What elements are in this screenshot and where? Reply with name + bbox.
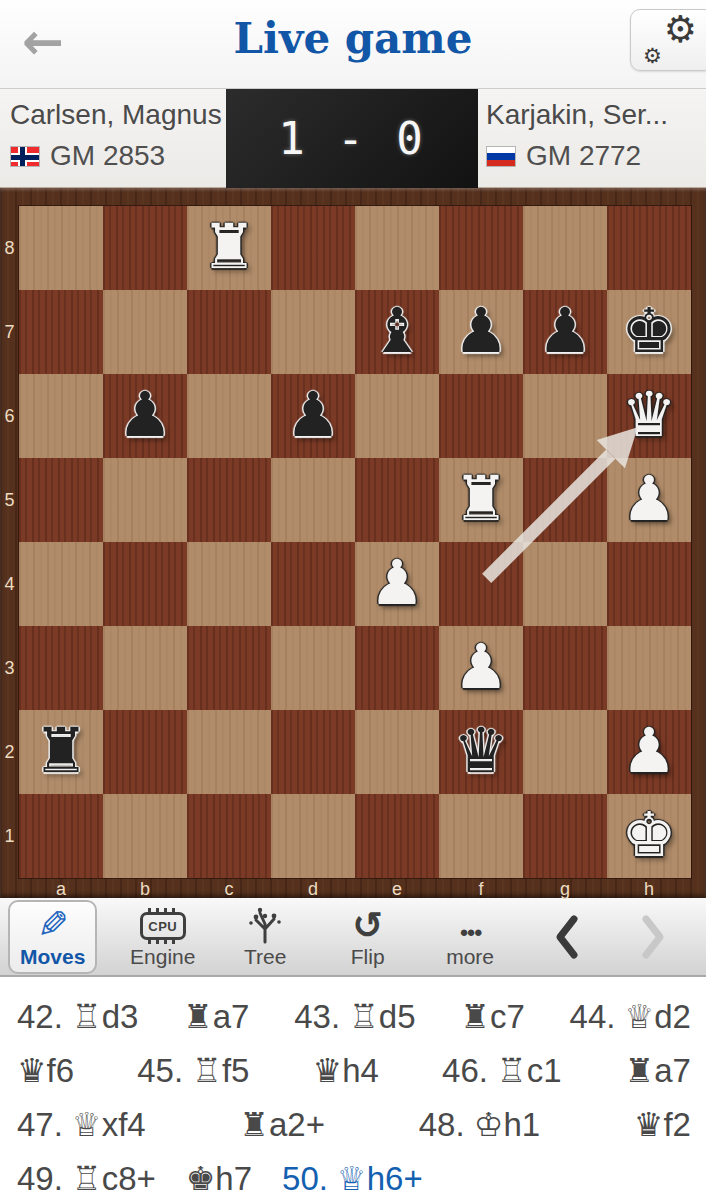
tab-label: more [446,945,494,969]
gear-icon: ⚙ [664,8,697,51]
move-list: 42. ♖d3♜a743. ♖d5♜c744. ♕d2♛f645. ♖f5♛h4… [0,977,706,1200]
piece-white-pawn: ♟ [355,542,439,626]
square-c5[interactable] [187,458,271,542]
piece-black-king: ♚ [607,290,691,374]
square-e2[interactable] [355,710,439,794]
move-token[interactable]: ♜c7 [460,997,524,1036]
file-label-b: b [103,879,187,900]
move-token[interactable]: 42. ♖d3 [17,997,138,1036]
move-token[interactable]: 44. ♕d2 [570,997,691,1036]
move-token[interactable]: ♜a2+ [239,1105,325,1144]
score-display: 1 - 0 [226,89,478,188]
square-b5[interactable] [103,458,187,542]
square-d7[interactable] [271,290,355,374]
russia-flag-icon [486,146,516,167]
square-h1[interactable]: ♚ [607,794,691,878]
tree-icon [245,904,285,944]
square-c4[interactable] [187,542,271,626]
rank-label-8: 8 [1,238,18,259]
tab-more[interactable]: ●●●more [433,904,507,969]
gear-small-icon: ⚙ [643,44,662,68]
file-label-c: c [187,879,271,900]
tab-flip[interactable]: ↺Flip [331,904,405,969]
move-token[interactable]: ♜a7 [625,1051,691,1090]
square-d3[interactable] [271,626,355,710]
move-token[interactable]: 45. ♖f5 [137,1051,249,1090]
tab-label: Flip [351,945,385,969]
rank-label-7: 7 [1,322,18,343]
square-g4[interactable] [523,542,607,626]
square-g6[interactable] [523,374,607,458]
square-g2[interactable] [523,710,607,794]
file-label-a: a [19,879,103,900]
square-e7[interactable]: ♝ [355,290,439,374]
square-d8[interactable] [271,206,355,290]
piece-black-pawn: ♟ [523,290,607,374]
square-b6[interactable]: ♟ [103,374,187,458]
pencil-icon: ✎ [37,904,69,944]
white-player-rating: GM 2853 [50,140,165,172]
rank-label-4: 4 [1,574,18,595]
square-b2[interactable] [103,710,187,794]
rank-label-5: 5 [1,490,18,511]
flip-icon: ↺ [352,904,383,944]
square-h4[interactable] [607,542,691,626]
rank-label-1: 1 [1,826,18,847]
square-h8[interactable] [607,206,691,290]
square-f5[interactable]: ♜ [439,458,523,542]
piece-white-pawn: ♟ [607,458,691,542]
file-label-e: e [355,879,439,900]
piece-white-rook: ♜ [439,458,523,542]
square-f2[interactable]: ♛ [439,710,523,794]
move-token[interactable]: ♚h7 [186,1159,252,1198]
square-e6[interactable] [355,374,439,458]
piece-white-pawn: ♟ [607,710,691,794]
tab-label: Tree [244,945,286,969]
square-d1[interactable] [271,794,355,878]
move-token[interactable]: 46. ♖c1 [442,1051,561,1090]
move-line: 49. ♖c8+♚h750. ♕h6+ [17,1151,691,1200]
square-a5[interactable] [19,458,103,542]
move-line: 47. ♕xf4♜a2+48. ♔h1♛f2 [17,1097,691,1151]
black-player: Karjakin, Ser... GM 2772 [478,89,706,187]
square-g3[interactable] [523,626,607,710]
square-g5[interactable] [523,458,607,542]
piece-black-queen: ♛ [439,710,523,794]
piece-white-rook: ♜ [187,206,271,290]
tab-engine[interactable]: CPUEngine [126,904,200,969]
tab-label: Engine [130,945,195,969]
square-e1[interactable] [355,794,439,878]
piece-black-pawn: ♟ [439,290,523,374]
move-token[interactable]: ♛f6 [17,1051,74,1090]
piece-black-pawn: ♟ [271,374,355,458]
square-a2[interactable]: ♜ [19,710,103,794]
square-d5[interactable] [271,458,355,542]
square-b4[interactable] [103,542,187,626]
player-bar: Carlsen, Magnus GM 2853 1 - 0 Karjakin, … [0,89,706,188]
piece-black-rook: ♜ [19,710,103,794]
square-h7[interactable]: ♚ [607,290,691,374]
square-c1[interactable] [187,794,271,878]
square-e5[interactable] [355,458,439,542]
square-a4[interactable] [19,542,103,626]
square-d2[interactable] [271,710,355,794]
square-f3[interactable]: ♟ [439,626,523,710]
rank-label-2: 2 [1,742,18,763]
tab-moves[interactable]: ✎Moves [8,900,97,974]
board-squares: ♜♝♟♟♚♟♟♛♜♟♟♟♜♛♟♚ [19,206,691,878]
square-e8[interactable] [355,206,439,290]
black-player-name: Karjakin, Ser... [486,99,706,131]
file-label-g: g [523,879,607,900]
norway-flag-icon [10,146,40,167]
move-line: 42. ♖d3♜a743. ♖d5♜c744. ♕d2 [17,989,691,1043]
square-g8[interactable] [523,206,607,290]
square-h3[interactable] [607,626,691,710]
square-f1[interactable] [439,794,523,878]
square-a1[interactable] [19,794,103,878]
square-e3[interactable] [355,626,439,710]
move-token[interactable]: ♜a7 [183,997,249,1036]
move-token[interactable]: 49. ♖c8+ [17,1159,156,1198]
square-g7[interactable]: ♟ [523,290,607,374]
file-label-d: d [271,879,355,900]
square-a3[interactable] [19,626,103,710]
square-d4[interactable] [271,542,355,626]
score-text: 1 - 0 [278,113,425,164]
file-label-f: f [439,879,523,900]
rank-label-3: 3 [1,658,18,679]
tab-tree[interactable]: Tree [228,904,302,969]
square-f7[interactable]: ♟ [439,290,523,374]
move-line: ♛f645. ♖f5♛h446. ♖c1♜a7 [17,1043,691,1097]
tab-label: Moves [20,945,85,969]
app-header: ← Live game ⚙ ⚙ [0,0,706,89]
square-b1[interactable] [103,794,187,878]
move-token[interactable]: ♛f2 [634,1105,691,1144]
cpu-icon: CPU [140,904,186,944]
square-a6[interactable] [19,374,103,458]
more-dots-icon: ●●● [460,904,481,944]
move-token[interactable]: 47. ♕xf4 [17,1105,146,1144]
piece-white-pawn: ♟ [439,626,523,710]
square-c7[interactable] [187,290,271,374]
square-h5[interactable]: ♟ [607,458,691,542]
square-a7[interactable] [19,290,103,374]
chevron-left-icon [553,914,579,960]
square-g1[interactable] [523,794,607,878]
bottom-toolbar: ✎MovesCPUEngineTree↺Flip●●●more [0,898,706,977]
square-a8[interactable] [19,206,103,290]
square-c2[interactable] [187,710,271,794]
square-f8[interactable] [439,206,523,290]
page-title: Live game [0,14,706,63]
piece-black-pawn: ♟ [103,374,187,458]
square-b3[interactable] [103,626,187,710]
black-player-rating: GM 2772 [526,140,641,172]
chess-board: ♜♝♟♟♚♟♟♛♜♟♟♟♜♛♟♚ 87654321abcdefgh [0,188,706,898]
square-b7[interactable] [103,290,187,374]
move-token-current[interactable]: 50. ♕h6+ [282,1159,423,1198]
white-player-name: Carlsen, Magnus [10,99,226,131]
settings-button[interactable]: ⚙ ⚙ [630,9,706,71]
square-d6[interactable]: ♟ [271,374,355,458]
square-h2[interactable]: ♟ [607,710,691,794]
square-c3[interactable] [187,626,271,710]
next-move-button[interactable] [624,914,684,960]
square-f6[interactable] [439,374,523,458]
square-f4[interactable] [439,542,523,626]
move-token[interactable]: ♛h4 [313,1051,379,1090]
square-c6[interactable] [187,374,271,458]
file-label-h: h [607,879,691,900]
previous-move-button[interactable] [536,914,596,960]
square-c8[interactable]: ♜ [187,206,271,290]
piece-black-bishop: ♝ [355,290,439,374]
move-token[interactable]: 43. ♖d5 [294,997,415,1036]
rank-label-6: 6 [1,406,18,427]
white-player: Carlsen, Magnus GM 2853 [0,89,226,187]
piece-white-king: ♚ [607,794,691,878]
move-token[interactable]: 48. ♔h1 [419,1105,540,1144]
square-e4[interactable]: ♟ [355,542,439,626]
chevron-right-icon [641,914,667,960]
square-b8[interactable] [103,206,187,290]
piece-white-queen: ♛ [607,374,691,458]
square-h6[interactable]: ♛ [607,374,691,458]
